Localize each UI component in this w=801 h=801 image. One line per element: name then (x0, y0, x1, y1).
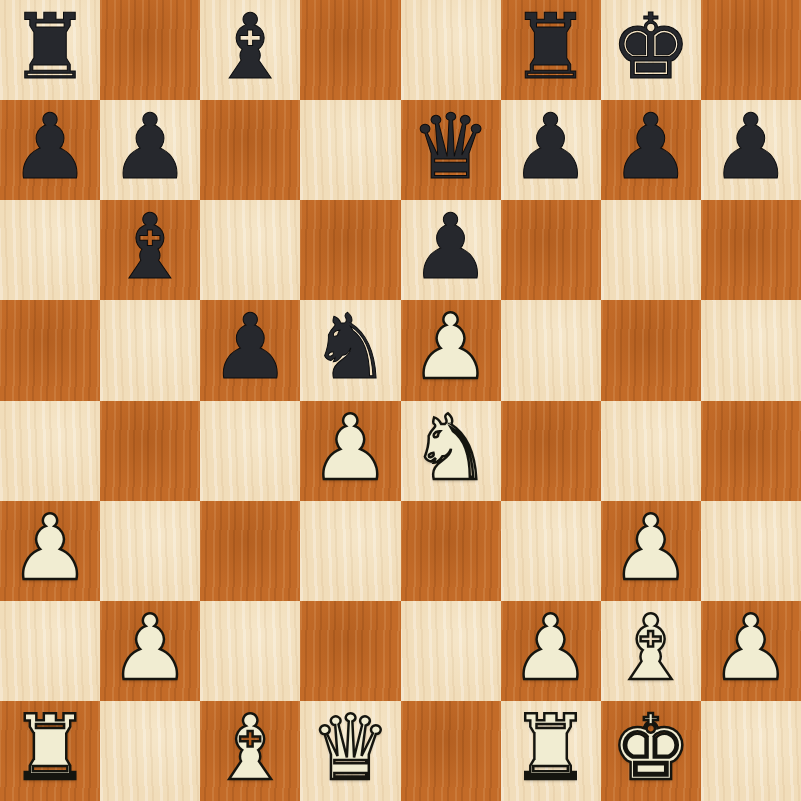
square-a5[interactable] (0, 300, 100, 400)
square-d6[interactable] (300, 200, 400, 300)
square-c7[interactable] (200, 100, 300, 200)
square-d4[interactable]: ♟ (300, 401, 400, 501)
square-b5[interactable] (100, 300, 200, 400)
white-pawn[interactable]: ♟ (401, 300, 501, 400)
square-a7[interactable]: ♟ (0, 100, 100, 200)
square-h5[interactable] (701, 300, 801, 400)
square-b4[interactable] (100, 401, 200, 501)
square-c2[interactable] (200, 601, 300, 701)
square-d5[interactable]: ♞ (300, 300, 400, 400)
square-c5[interactable]: ♟ (200, 300, 300, 400)
black-pawn[interactable]: ♟ (601, 100, 701, 200)
white-rook[interactable]: ♜ (0, 701, 100, 801)
white-king[interactable]: ♚ (601, 701, 701, 801)
square-b2[interactable]: ♟ (100, 601, 200, 701)
white-pawn[interactable]: ♟ (701, 601, 801, 701)
white-pawn[interactable]: ♟ (0, 501, 100, 601)
square-g3[interactable]: ♟ (601, 501, 701, 601)
square-e5[interactable]: ♟ (401, 300, 501, 400)
square-c4[interactable] (200, 401, 300, 501)
square-h2[interactable]: ♟ (701, 601, 801, 701)
square-h3[interactable] (701, 501, 801, 601)
square-b3[interactable] (100, 501, 200, 601)
square-b8[interactable] (100, 0, 200, 100)
square-g2[interactable]: ♝ (601, 601, 701, 701)
white-pawn[interactable]: ♟ (300, 401, 400, 501)
black-bishop[interactable]: ♝ (200, 0, 300, 100)
black-pawn[interactable]: ♟ (0, 100, 100, 200)
black-queen[interactable]: ♛ (401, 100, 501, 200)
square-a4[interactable] (0, 401, 100, 501)
square-f2[interactable]: ♟ (501, 601, 601, 701)
white-bishop[interactable]: ♝ (601, 601, 701, 701)
square-g1[interactable]: ♚ (601, 701, 701, 801)
square-a2[interactable] (0, 601, 100, 701)
square-b6[interactable]: ♝ (100, 200, 200, 300)
square-e3[interactable] (401, 501, 501, 601)
square-g8[interactable]: ♚ (601, 0, 701, 100)
square-e6[interactable]: ♟ (401, 200, 501, 300)
black-bishop[interactable]: ♝ (100, 200, 200, 300)
square-b7[interactable]: ♟ (100, 100, 200, 200)
white-pawn[interactable]: ♟ (501, 601, 601, 701)
square-g5[interactable] (601, 300, 701, 400)
chess-board: ♜♝♜♚♟♟♛♟♟♟♝♟♟♞♟♟♞♟♟♟♟♝♟♜♝♛♜♚ (0, 0, 801, 801)
square-h1[interactable] (701, 701, 801, 801)
square-d2[interactable] (300, 601, 400, 701)
square-f6[interactable] (501, 200, 601, 300)
square-a6[interactable] (0, 200, 100, 300)
square-e1[interactable] (401, 701, 501, 801)
square-d3[interactable] (300, 501, 400, 601)
white-queen[interactable]: ♛ (300, 701, 400, 801)
black-pawn[interactable]: ♟ (401, 200, 501, 300)
square-e2[interactable] (401, 601, 501, 701)
black-rook[interactable]: ♜ (0, 0, 100, 100)
square-g6[interactable] (601, 200, 701, 300)
black-pawn[interactable]: ♟ (100, 100, 200, 200)
square-f5[interactable] (501, 300, 601, 400)
square-g7[interactable]: ♟ (601, 100, 701, 200)
square-f7[interactable]: ♟ (501, 100, 601, 200)
square-h4[interactable] (701, 401, 801, 501)
white-pawn[interactable]: ♟ (601, 501, 701, 601)
square-g4[interactable] (601, 401, 701, 501)
square-h7[interactable]: ♟ (701, 100, 801, 200)
white-pawn[interactable]: ♟ (100, 601, 200, 701)
black-pawn[interactable]: ♟ (701, 100, 801, 200)
black-king[interactable]: ♚ (601, 0, 701, 100)
square-c8[interactable]: ♝ (200, 0, 300, 100)
square-a3[interactable]: ♟ (0, 501, 100, 601)
square-c3[interactable] (200, 501, 300, 601)
square-c1[interactable]: ♝ (200, 701, 300, 801)
black-knight[interactable]: ♞ (300, 300, 400, 400)
black-pawn[interactable]: ♟ (501, 100, 601, 200)
square-c6[interactable] (200, 200, 300, 300)
square-d1[interactable]: ♛ (300, 701, 400, 801)
square-f3[interactable] (501, 501, 601, 601)
square-h8[interactable] (701, 0, 801, 100)
square-e8[interactable] (401, 0, 501, 100)
square-f8[interactable]: ♜ (501, 0, 601, 100)
square-f4[interactable] (501, 401, 601, 501)
square-h6[interactable] (701, 200, 801, 300)
black-pawn[interactable]: ♟ (200, 300, 300, 400)
square-f1[interactable]: ♜ (501, 701, 601, 801)
square-d8[interactable] (300, 0, 400, 100)
square-d7[interactable] (300, 100, 400, 200)
white-bishop[interactable]: ♝ (200, 701, 300, 801)
square-a8[interactable]: ♜ (0, 0, 100, 100)
white-knight[interactable]: ♞ (401, 401, 501, 501)
square-a1[interactable]: ♜ (0, 701, 100, 801)
square-b1[interactable] (100, 701, 200, 801)
black-rook[interactable]: ♜ (501, 0, 601, 100)
square-e4[interactable]: ♞ (401, 401, 501, 501)
white-rook[interactable]: ♜ (501, 701, 601, 801)
square-e7[interactable]: ♛ (401, 100, 501, 200)
